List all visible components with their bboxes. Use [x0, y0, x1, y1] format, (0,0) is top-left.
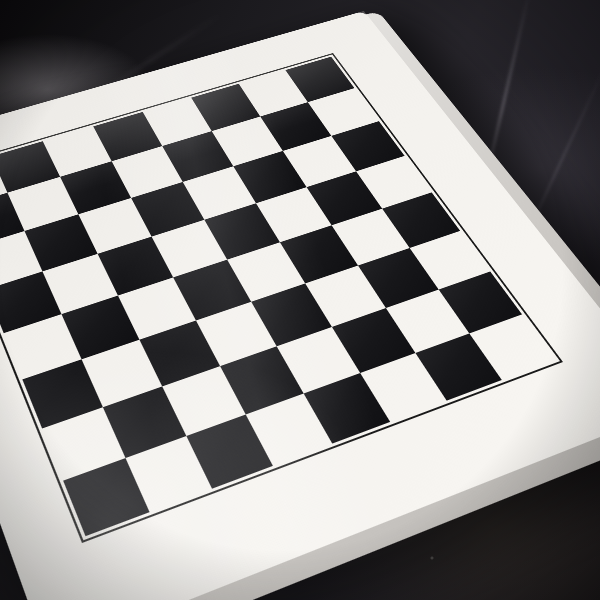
photo-scene — [0, 0, 600, 600]
